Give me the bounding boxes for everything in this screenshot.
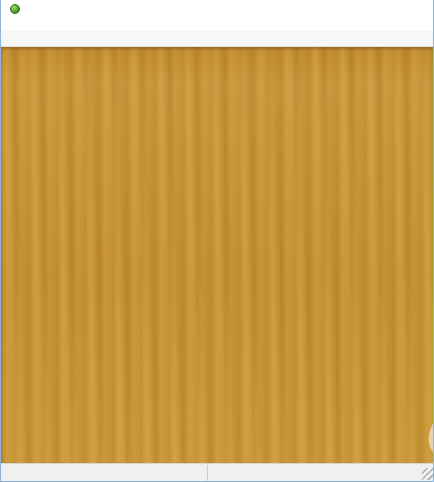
maximize-button[interactable] [375, 0, 404, 18]
go-board[interactable] [1, 47, 434, 463]
toolbar [1, 31, 433, 47]
titlebar[interactable] [1, 0, 433, 18]
leela-app-icon [10, 4, 20, 14]
leela-window [0, 0, 434, 482]
menubar [1, 18, 433, 31]
status-divider [207, 465, 208, 481]
minimize-button[interactable] [346, 0, 375, 18]
close-button[interactable] [404, 0, 433, 18]
statusbar [1, 463, 434, 481]
resize-grip[interactable] [422, 468, 434, 480]
watermark-logo [425, 412, 434, 459]
